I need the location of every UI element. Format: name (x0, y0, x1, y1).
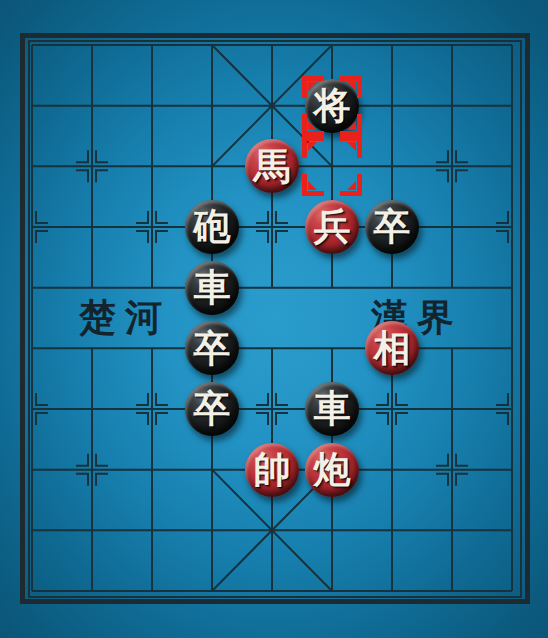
point-3-3: 砲 (182, 197, 242, 258)
piece-black-cannon[interactable]: 砲 (185, 200, 239, 254)
point-4-7: 帥 (242, 439, 302, 500)
point-4-2: 馬 (242, 136, 302, 197)
highlight-corner-tr (340, 136, 362, 158)
highlight-corner-br (340, 114, 362, 136)
piece-red-cannon[interactable]: 炮 (305, 443, 359, 497)
highlight-corners (302, 76, 362, 136)
piece-black-chariot[interactable]: 車 (185, 261, 239, 315)
xiangqi-board: 楚河 漢界 将馬砲兵卒車卒相卒車帥炮 (0, 0, 548, 638)
point-5-6: 車 (302, 379, 362, 440)
point-6-5: 相 (362, 318, 422, 379)
piece-red-elephant[interactable]: 相 (365, 321, 419, 375)
highlight-corners (302, 136, 362, 196)
piece-black-chariot[interactable]: 車 (305, 382, 359, 436)
point-3-5: 卒 (182, 318, 242, 379)
highlight-corner-tl (302, 136, 324, 158)
point-3-6: 卒 (182, 379, 242, 440)
highlight-corner-br (340, 174, 362, 196)
point-5-3: 兵 (302, 197, 362, 258)
last-move-to-marker (302, 75, 362, 136)
highlight-corner-tl (302, 76, 324, 98)
intersection-grid: 将馬砲兵卒車卒相卒車帥炮 (2, 15, 542, 622)
piece-black-soldier[interactable]: 卒 (185, 321, 239, 375)
piece-black-soldier[interactable]: 卒 (365, 200, 419, 254)
point-3-4: 車 (182, 257, 242, 318)
last-move-from-marker (302, 136, 362, 197)
piece-red-horse[interactable]: 馬 (245, 139, 299, 193)
highlight-corner-bl (302, 114, 324, 136)
piece-black-soldier[interactable]: 卒 (185, 382, 239, 436)
piece-red-soldier[interactable]: 兵 (305, 200, 359, 254)
point-5-7: 炮 (302, 439, 362, 500)
piece-red-general[interactable]: 帥 (245, 443, 299, 497)
point-6-3: 卒 (362, 197, 422, 258)
highlight-corner-tr (340, 76, 362, 98)
highlight-corner-bl (302, 174, 324, 196)
